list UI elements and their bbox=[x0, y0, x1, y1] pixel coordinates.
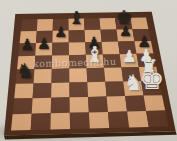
piece-white-pawn-g5: ♟ bbox=[122, 48, 137, 65]
piece-white-king-h3: ♚ bbox=[139, 66, 164, 94]
piece-black-bishop-d8: ♝ bbox=[69, 11, 85, 29]
piece-black-pawn-c7: ♟ bbox=[54, 26, 67, 40]
piece-black-pawn-b6: ♟ bbox=[37, 37, 51, 53]
scene-background: ♝♚♟♟♟♟♟♟♝♟♟♜♞♞♚ kombomedia.hu bbox=[0, 0, 177, 141]
piece-black-pawn-a6: ♟ bbox=[20, 38, 34, 54]
pieces-layer: ♝♚♟♟♟♟♟♟♝♟♟♜♞♞♚ bbox=[0, 0, 177, 141]
piece-black-pawn-g7: ♟ bbox=[119, 24, 132, 38]
watermark: kombomedia.hu bbox=[33, 56, 117, 69]
piece-black-knight-a4: ♞ bbox=[16, 61, 34, 81]
